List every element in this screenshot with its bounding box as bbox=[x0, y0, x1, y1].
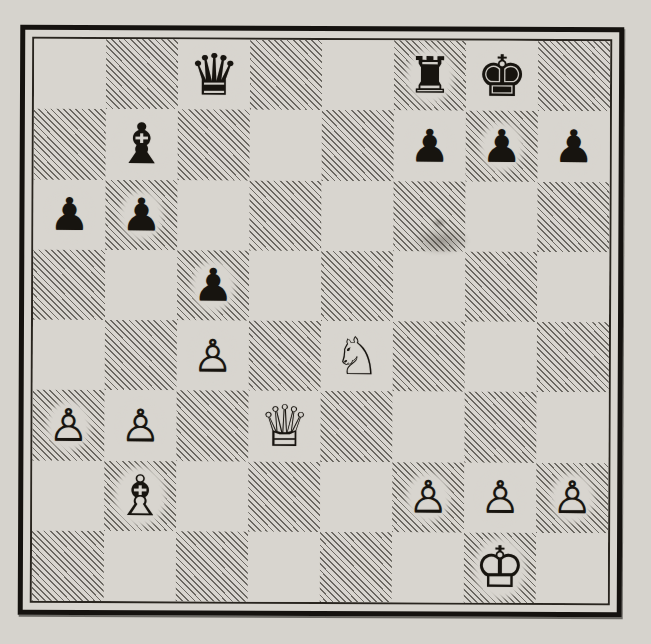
square-h2: ♙ bbox=[536, 462, 608, 533]
square-a7 bbox=[34, 109, 106, 180]
square-e5 bbox=[321, 251, 393, 322]
square-b6: ♟ bbox=[105, 180, 177, 251]
square-a6: ♟ bbox=[33, 179, 105, 250]
piece-black-pawn-a6: ♟ bbox=[49, 192, 90, 237]
square-g7: ♟ bbox=[466, 111, 538, 182]
piece-black-pawn-b6: ♟ bbox=[121, 192, 162, 237]
square-e7 bbox=[322, 110, 394, 181]
piece-black-pawn-g7: ♟ bbox=[481, 124, 522, 169]
chessboard: ♛♜♚♝♟♟♟♟♟♟♙♘♙♙♕♗♙♙♙♔ bbox=[30, 37, 612, 606]
square-f7: ♟ bbox=[394, 111, 466, 182]
square-h6 bbox=[537, 181, 609, 252]
piece-white-queen-d3: ♕ bbox=[259, 398, 310, 455]
square-c1 bbox=[176, 531, 248, 602]
square-d5 bbox=[249, 250, 321, 321]
square-f1 bbox=[392, 532, 464, 603]
square-g3 bbox=[464, 392, 536, 463]
square-f8: ♜ bbox=[394, 40, 466, 111]
square-h7: ♟ bbox=[538, 111, 610, 182]
square-a4 bbox=[33, 320, 105, 391]
square-c5: ♟ bbox=[177, 250, 249, 321]
piece-white-king-g1: ♔ bbox=[474, 539, 525, 596]
square-h4 bbox=[537, 322, 609, 393]
piece-black-rook-f8: ♜ bbox=[408, 51, 453, 101]
square-b1 bbox=[104, 531, 176, 602]
piece-white-pawn-g2: ♙ bbox=[480, 475, 521, 520]
square-g6 bbox=[465, 181, 537, 252]
square-c8: ♛ bbox=[178, 39, 250, 110]
square-g1: ♔ bbox=[464, 532, 536, 603]
square-b5 bbox=[105, 250, 177, 321]
piece-white-bishop-b2: ♗ bbox=[115, 468, 165, 524]
square-b3: ♙ bbox=[104, 390, 176, 461]
piece-white-pawn-h2: ♙ bbox=[552, 475, 593, 520]
square-g2: ♙ bbox=[464, 462, 536, 533]
piece-black-pawn-h7: ♟ bbox=[553, 124, 594, 169]
piece-white-knight-e4: ♘ bbox=[333, 330, 380, 382]
square-d4 bbox=[249, 321, 321, 392]
square-b7: ♝ bbox=[106, 109, 178, 180]
piece-black-bishop-b7: ♝ bbox=[117, 116, 167, 172]
square-c7 bbox=[178, 110, 250, 181]
square-d7 bbox=[250, 110, 322, 181]
square-h3 bbox=[536, 392, 608, 463]
square-e3 bbox=[320, 391, 392, 462]
square-d1 bbox=[248, 531, 320, 602]
piece-black-king-g8: ♚ bbox=[476, 47, 527, 104]
square-d6 bbox=[249, 180, 321, 251]
piece-white-pawn-a3: ♙ bbox=[48, 403, 89, 448]
piece-white-pawn-f2: ♙ bbox=[408, 475, 449, 520]
square-a1 bbox=[32, 530, 104, 601]
square-c6 bbox=[177, 180, 249, 251]
chessboard-frame: ♛♜♚♝♟♟♟♟♟♟♙♘♙♙♕♗♙♙♙♔ bbox=[18, 25, 625, 618]
piece-black-pawn-c5: ♟ bbox=[193, 263, 234, 308]
square-d8 bbox=[250, 40, 322, 111]
square-b8 bbox=[106, 39, 178, 110]
square-h5 bbox=[537, 252, 609, 323]
square-e6 bbox=[321, 181, 393, 252]
square-b2: ♗ bbox=[104, 461, 176, 532]
square-e2 bbox=[320, 461, 392, 532]
piece-black-queen-c8: ♛ bbox=[188, 46, 239, 103]
square-e1 bbox=[320, 532, 392, 603]
square-c3 bbox=[176, 391, 248, 462]
square-g4 bbox=[465, 322, 537, 393]
square-a5 bbox=[33, 249, 105, 320]
square-f5 bbox=[393, 251, 465, 322]
square-d2 bbox=[248, 461, 320, 532]
square-g5 bbox=[465, 251, 537, 322]
piece-white-pawn-b3: ♙ bbox=[120, 403, 161, 448]
square-f6 bbox=[393, 181, 465, 252]
square-h8 bbox=[538, 41, 610, 112]
square-a2 bbox=[32, 460, 104, 531]
square-a3: ♙ bbox=[32, 390, 104, 461]
piece-black-pawn-f7: ♟ bbox=[409, 123, 450, 168]
square-h1 bbox=[536, 533, 608, 604]
square-g8: ♚ bbox=[466, 41, 538, 112]
square-d3: ♕ bbox=[248, 391, 320, 462]
square-c4: ♙ bbox=[177, 320, 249, 391]
square-f3 bbox=[392, 392, 464, 463]
square-a8 bbox=[34, 39, 106, 110]
book-page: ♛♜♚♝♟♟♟♟♟♟♙♘♙♙♕♗♙♙♙♔ bbox=[0, 0, 651, 644]
square-e4: ♘ bbox=[321, 321, 393, 392]
square-e8 bbox=[322, 40, 394, 111]
square-c2 bbox=[176, 461, 248, 532]
square-b4 bbox=[105, 320, 177, 391]
piece-white-pawn-c4: ♙ bbox=[193, 333, 234, 378]
square-f4 bbox=[393, 321, 465, 392]
square-f2: ♙ bbox=[392, 462, 464, 533]
